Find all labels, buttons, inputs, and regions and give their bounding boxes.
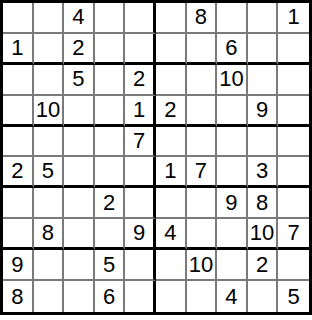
cell-r5c10[interactable]: [278, 127, 309, 158]
cell-r8c3[interactable]: [64, 219, 95, 250]
cell-r8c10[interactable]: 7: [278, 219, 309, 250]
cell-r10c10[interactable]: 5: [278, 281, 309, 312]
sudoku-board: 481126521010129725173298894107951028645: [0, 0, 312, 315]
cell-r8c6[interactable]: 4: [156, 219, 187, 250]
cell-r6c8[interactable]: [217, 157, 248, 188]
cell-r4c5[interactable]: 1: [125, 96, 156, 127]
cell-r7c7[interactable]: [187, 188, 218, 219]
cell-r7c9[interactable]: 8: [248, 188, 279, 219]
cell-r3c7[interactable]: [187, 65, 218, 96]
cell-r5c3[interactable]: [64, 127, 95, 158]
cell-r6c9[interactable]: 3: [248, 157, 279, 188]
cell-r3c4[interactable]: [95, 65, 126, 96]
cell-r9c1[interactable]: 9: [3, 250, 34, 281]
cell-r7c2[interactable]: [34, 188, 65, 219]
cell-r6c1[interactable]: 2: [3, 157, 34, 188]
cell-r2c6[interactable]: [156, 34, 187, 65]
cell-r8c7[interactable]: [187, 219, 218, 250]
cell-r10c8[interactable]: 4: [217, 281, 248, 312]
cell-r9c4[interactable]: 5: [95, 250, 126, 281]
cell-r5c8[interactable]: [217, 127, 248, 158]
cell-r10c6[interactable]: [156, 281, 187, 312]
cell-r5c9[interactable]: [248, 127, 279, 158]
cell-r8c4[interactable]: [95, 219, 126, 250]
cell-r1c2[interactable]: [34, 3, 65, 34]
cell-r2c1[interactable]: 1: [3, 34, 34, 65]
cell-r9c6[interactable]: [156, 250, 187, 281]
cell-r4c7[interactable]: [187, 96, 218, 127]
cell-r4c3[interactable]: [64, 96, 95, 127]
cell-r2c7[interactable]: [187, 34, 218, 65]
cell-r1c6[interactable]: [156, 3, 187, 34]
cell-r1c4[interactable]: [95, 3, 126, 34]
cell-r9c8[interactable]: [217, 250, 248, 281]
cell-r3c9[interactable]: [248, 65, 279, 96]
cell-r6c2[interactable]: 5: [34, 157, 65, 188]
cell-r8c2[interactable]: 8: [34, 219, 65, 250]
cell-r4c8[interactable]: [217, 96, 248, 127]
cell-r3c1[interactable]: [3, 65, 34, 96]
cell-r1c8[interactable]: [217, 3, 248, 34]
cell-r3c10[interactable]: [278, 65, 309, 96]
cell-r10c2[interactable]: [34, 281, 65, 312]
cell-r10c7[interactable]: [187, 281, 218, 312]
cell-r8c8[interactable]: [217, 219, 248, 250]
cell-r3c8[interactable]: 10: [217, 65, 248, 96]
cell-r7c10[interactable]: [278, 188, 309, 219]
cell-r4c2[interactable]: 10: [34, 96, 65, 127]
cell-r2c3[interactable]: 2: [64, 34, 95, 65]
cell-r5c7[interactable]: [187, 127, 218, 158]
cell-r8c1[interactable]: [3, 219, 34, 250]
cell-r2c2[interactable]: [34, 34, 65, 65]
cell-r9c3[interactable]: [64, 250, 95, 281]
cell-r7c6[interactable]: [156, 188, 187, 219]
cell-r8c5[interactable]: 9: [125, 219, 156, 250]
cell-r9c7[interactable]: 10: [187, 250, 218, 281]
cell-r7c4[interactable]: 2: [95, 188, 126, 219]
cell-r9c2[interactable]: [34, 250, 65, 281]
cell-r4c10[interactable]: [278, 96, 309, 127]
cell-r10c1[interactable]: 8: [3, 281, 34, 312]
cell-r3c2[interactable]: [34, 65, 65, 96]
cell-r9c5[interactable]: [125, 250, 156, 281]
cell-r2c10[interactable]: [278, 34, 309, 65]
cell-r5c5[interactable]: 7: [125, 127, 156, 158]
cell-r7c1[interactable]: [3, 188, 34, 219]
cell-r3c5[interactable]: 2: [125, 65, 156, 96]
cell-r1c3[interactable]: 4: [64, 3, 95, 34]
cell-r6c4[interactable]: [95, 157, 126, 188]
cell-r2c4[interactable]: [95, 34, 126, 65]
cell-r7c8[interactable]: 9: [217, 188, 248, 219]
cell-r10c9[interactable]: [248, 281, 279, 312]
cell-r2c5[interactable]: [125, 34, 156, 65]
cell-r2c9[interactable]: [248, 34, 279, 65]
cell-r10c3[interactable]: [64, 281, 95, 312]
cell-r4c9[interactable]: 9: [248, 96, 279, 127]
cell-r1c9[interactable]: [248, 3, 279, 34]
cell-r1c7[interactable]: 8: [187, 3, 218, 34]
cell-r10c4[interactable]: 6: [95, 281, 126, 312]
cell-r7c5[interactable]: [125, 188, 156, 219]
cell-r7c3[interactable]: [64, 188, 95, 219]
cell-r4c1[interactable]: [3, 96, 34, 127]
cell-r6c3[interactable]: [64, 157, 95, 188]
cell-r10c5[interactable]: [125, 281, 156, 312]
cell-r9c9[interactable]: 2: [248, 250, 279, 281]
cell-r3c3[interactable]: 5: [64, 65, 95, 96]
cell-r4c4[interactable]: [95, 96, 126, 127]
cell-r6c5[interactable]: [125, 157, 156, 188]
cell-r4c6[interactable]: 2: [156, 96, 187, 127]
cell-r5c1[interactable]: [3, 127, 34, 158]
cell-r9c10[interactable]: [278, 250, 309, 281]
cell-r1c5[interactable]: [125, 3, 156, 34]
cell-r2c8[interactable]: 6: [217, 34, 248, 65]
cell-r5c2[interactable]: [34, 127, 65, 158]
cell-r6c6[interactable]: 1: [156, 157, 187, 188]
cell-r6c7[interactable]: 7: [187, 157, 218, 188]
cell-r1c10[interactable]: 1: [278, 3, 309, 34]
cell-r5c6[interactable]: [156, 127, 187, 158]
cell-r5c4[interactable]: [95, 127, 126, 158]
cell-r8c9[interactable]: 10: [248, 219, 279, 250]
cell-r1c1[interactable]: [3, 3, 34, 34]
cell-r6c10[interactable]: [278, 157, 309, 188]
cell-r3c6[interactable]: [156, 65, 187, 96]
